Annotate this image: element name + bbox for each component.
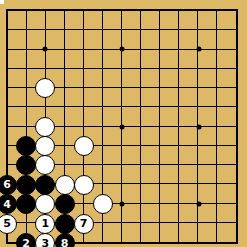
board-cell — [46, 30, 65, 49]
board-cell — [103, 223, 122, 242]
board-cell — [198, 204, 217, 223]
board-cell — [198, 165, 217, 184]
board-cell — [198, 146, 217, 165]
board-cell — [160, 127, 179, 146]
black-stone-move-8: 8 — [55, 233, 75, 247]
board-cell — [103, 107, 122, 126]
board-cell — [103, 50, 122, 69]
white-stone — [35, 155, 55, 175]
board-cell — [122, 204, 141, 223]
board-cell — [46, 11, 65, 30]
board-cell — [141, 30, 160, 49]
white-stone — [93, 194, 113, 214]
board-cell — [122, 11, 141, 30]
black-stone — [16, 155, 36, 175]
board-cell — [65, 11, 84, 30]
board-cell — [198, 223, 217, 242]
board-cell — [198, 30, 217, 49]
board-cell — [179, 11, 198, 30]
white-stone-move-3: 3 — [35, 233, 55, 247]
board-cell — [122, 30, 141, 49]
white-stone — [35, 78, 55, 98]
board-cell — [198, 11, 217, 30]
board-cell — [8, 50, 27, 69]
board-cell — [27, 11, 46, 30]
board-cell — [122, 146, 141, 165]
board-cell — [8, 11, 27, 30]
white-stone-move-7: 7 — [74, 214, 94, 234]
board-cell — [141, 146, 160, 165]
board-cell — [103, 11, 122, 30]
black-stone-move-2: 2 — [16, 233, 36, 247]
board-cell — [141, 184, 160, 203]
board-cell — [8, 88, 27, 107]
black-stone — [35, 175, 55, 195]
board-cell — [217, 50, 236, 69]
board-cell — [179, 88, 198, 107]
board-cell — [84, 50, 103, 69]
board-cell — [179, 30, 198, 49]
board-cell — [160, 11, 179, 30]
star-point — [196, 46, 201, 51]
board-cell — [65, 88, 84, 107]
board-cell — [217, 146, 236, 165]
board-cell — [122, 88, 141, 107]
board-cell — [141, 223, 160, 242]
board-cell — [122, 127, 141, 146]
board-cell — [8, 30, 27, 49]
board-cell — [65, 30, 84, 49]
board-cell — [160, 88, 179, 107]
board-cell — [160, 69, 179, 88]
board-cell — [65, 50, 84, 69]
board-cell — [217, 107, 236, 126]
board-cell — [217, 127, 236, 146]
board-cell — [217, 88, 236, 107]
board-cell — [179, 165, 198, 184]
board-cell — [179, 107, 198, 126]
board-cell — [179, 223, 198, 242]
board-cell — [179, 69, 198, 88]
board-cell — [217, 11, 236, 30]
board-cell — [84, 107, 103, 126]
board-cell — [179, 127, 198, 146]
board-cell — [198, 184, 217, 203]
white-stone — [74, 136, 94, 156]
board-cell — [46, 50, 65, 69]
board-cell — [198, 88, 217, 107]
board-cell — [122, 223, 141, 242]
black-stone — [16, 136, 36, 156]
board-cell — [103, 146, 122, 165]
go-board-diagram: 64517238 — [0, 0, 247, 247]
board-cell — [198, 69, 217, 88]
star-point — [196, 202, 201, 207]
star-point — [43, 46, 48, 51]
board-cell — [122, 69, 141, 88]
board-cell — [160, 146, 179, 165]
board-cell — [198, 127, 217, 146]
board-cell — [160, 50, 179, 69]
board-cell — [141, 127, 160, 146]
board-cell — [160, 165, 179, 184]
board-cell — [217, 204, 236, 223]
board-cell — [103, 69, 122, 88]
board-cell — [141, 69, 160, 88]
board-cell — [217, 184, 236, 203]
board-cell — [103, 88, 122, 107]
board-cell — [122, 50, 141, 69]
board-cell — [65, 107, 84, 126]
board-cell — [103, 165, 122, 184]
corner-artifact — [0, 0, 4, 4]
black-stone — [16, 194, 36, 214]
board-cell — [122, 184, 141, 203]
board-cell — [141, 88, 160, 107]
board-cell — [84, 69, 103, 88]
board-cell — [160, 107, 179, 126]
board-cell — [84, 11, 103, 30]
board-cell — [141, 50, 160, 69]
board-cell — [198, 107, 217, 126]
board-cell — [160, 30, 179, 49]
white-stone — [35, 136, 55, 156]
board-cell — [179, 146, 198, 165]
board-cell — [179, 184, 198, 203]
board-cell — [84, 88, 103, 107]
board-cell — [198, 50, 217, 69]
white-stone — [55, 175, 75, 195]
white-stone — [35, 117, 55, 137]
board-cell — [160, 223, 179, 242]
board-cell — [141, 165, 160, 184]
board-cell — [27, 50, 46, 69]
board-cell — [141, 204, 160, 223]
board-cell — [217, 165, 236, 184]
board-cell — [84, 30, 103, 49]
board-cell — [160, 204, 179, 223]
white-stone — [74, 175, 94, 195]
black-stone — [16, 175, 36, 195]
board-cell — [122, 165, 141, 184]
board-cell — [217, 30, 236, 49]
board-cell — [65, 69, 84, 88]
board-cell — [217, 69, 236, 88]
star-point — [196, 124, 201, 129]
black-stone — [55, 194, 75, 214]
board-cell — [8, 69, 27, 88]
star-point — [120, 124, 125, 129]
star-point — [120, 46, 125, 51]
board-cell — [217, 223, 236, 242]
board-cell — [141, 11, 160, 30]
board-cell — [160, 184, 179, 203]
board-cell — [8, 107, 27, 126]
board-cell — [122, 107, 141, 126]
board-cell — [179, 50, 198, 69]
white-stone-move-1: 1 — [35, 214, 55, 234]
board-cell — [141, 107, 160, 126]
black-stone — [55, 214, 75, 234]
board-cell — [103, 127, 122, 146]
white-stone — [35, 194, 55, 214]
board-cell — [179, 204, 198, 223]
star-point — [120, 202, 125, 207]
